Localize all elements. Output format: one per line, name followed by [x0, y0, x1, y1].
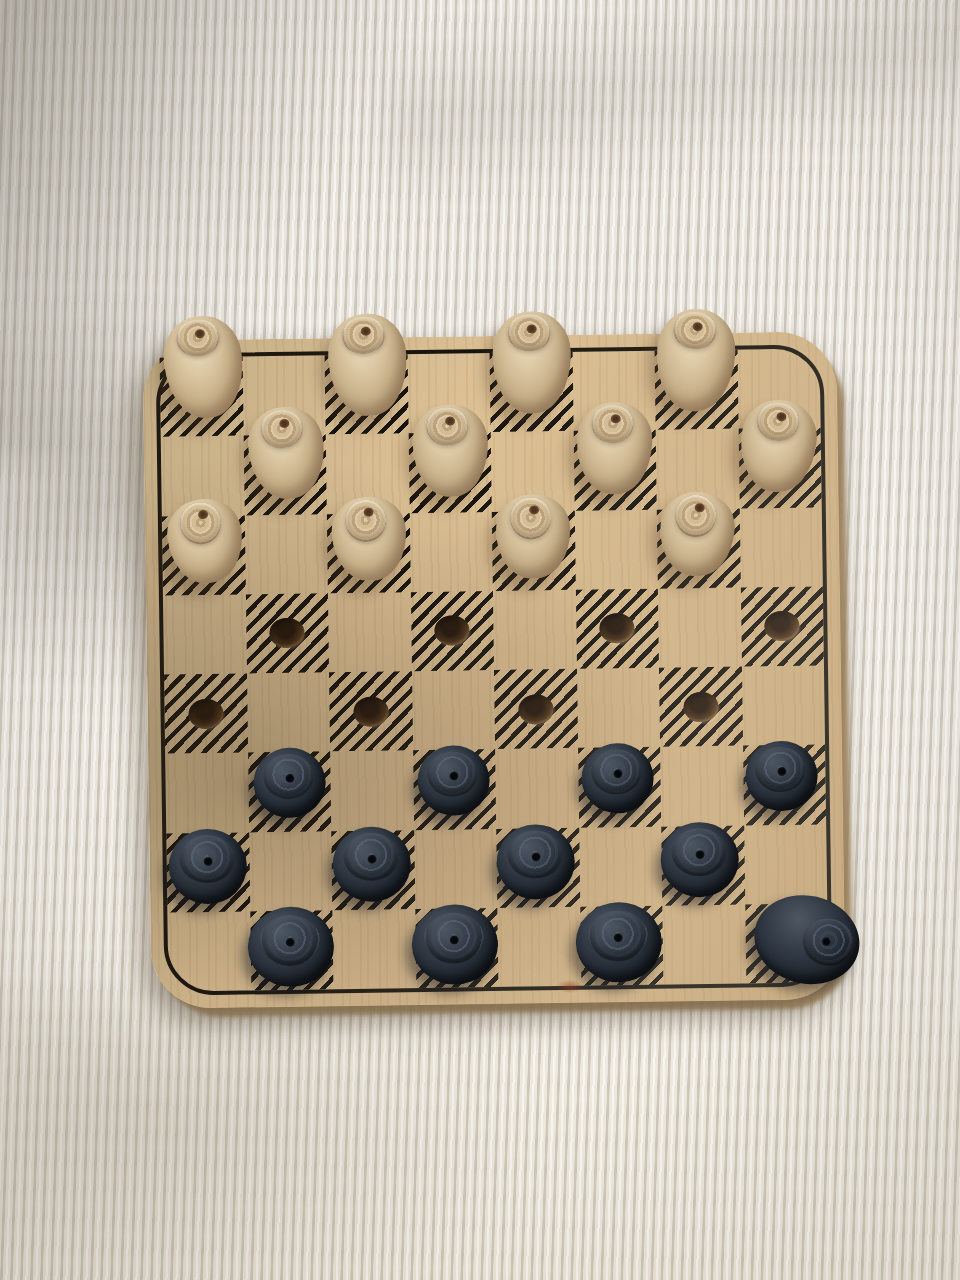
- board-wood-surface: [142, 331, 845, 1009]
- light-peg[interactable]: [245, 404, 328, 502]
- dark-peg[interactable]: [660, 821, 739, 897]
- light-peg[interactable]: [496, 495, 570, 579]
- light-peg[interactable]: [412, 403, 490, 497]
- light-peg[interactable]: [159, 312, 248, 422]
- dark-peg[interactable]: [247, 907, 334, 988]
- peg-center-dot: [532, 852, 541, 861]
- pieces-layer: [142, 331, 845, 1009]
- peg-center-dot: [204, 857, 213, 866]
- dark-peg[interactable]: [581, 743, 654, 814]
- light-peg[interactable]: [326, 311, 410, 417]
- peg-center-dot: [368, 855, 377, 864]
- dark-peg[interactable]: [575, 902, 662, 983]
- photo-scene: [0, 0, 960, 1280]
- light-peg[interactable]: [658, 490, 737, 578]
- peg-top-rings: [510, 497, 551, 539]
- light-peg[interactable]: [654, 307, 738, 413]
- dark-peg[interactable]: [332, 826, 411, 902]
- dark-peg[interactable]: [417, 745, 490, 816]
- light-peg[interactable]: [493, 311, 571, 413]
- light-peg[interactable]: [576, 401, 654, 495]
- light-peg[interactable]: [164, 495, 247, 587]
- dark-peg[interactable]: [496, 824, 575, 900]
- dark-peg[interactable]: [411, 904, 498, 985]
- checkers-board: [142, 331, 845, 1009]
- dark-peg[interactable]: [745, 740, 818, 811]
- peg-center-dot: [696, 850, 705, 859]
- light-peg[interactable]: [330, 495, 409, 583]
- light-peg[interactable]: [737, 397, 820, 495]
- peg-center-dot: [529, 505, 539, 514]
- dark-peg[interactable]: [253, 747, 326, 818]
- dark-peg[interactable]: [168, 828, 247, 904]
